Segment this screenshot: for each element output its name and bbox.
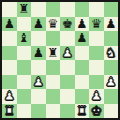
square-g1[interactable]: ♚	[89, 104, 104, 119]
black-rook-b8: ♜	[18, 3, 29, 16]
square-a7[interactable]: ♟	[2, 17, 17, 32]
white-pawn-c3: ♟	[33, 76, 44, 89]
square-d5[interactable]: ♜	[46, 46, 61, 61]
black-pawn-c7: ♟	[33, 18, 44, 31]
square-e7[interactable]: ♚	[60, 17, 75, 32]
square-e3[interactable]	[60, 75, 75, 90]
square-a3[interactable]	[2, 75, 17, 90]
square-b5[interactable]	[17, 46, 32, 61]
square-c1[interactable]	[31, 104, 46, 119]
square-a5[interactable]	[2, 46, 17, 61]
black-rook-d5: ♜	[47, 47, 58, 60]
square-f8[interactable]	[75, 2, 90, 17]
square-f5[interactable]	[75, 46, 90, 61]
square-f2[interactable]	[75, 89, 90, 104]
square-e6[interactable]	[60, 31, 75, 46]
black-pawn-h7: ♟	[105, 18, 116, 31]
square-c2[interactable]	[31, 89, 46, 104]
chess-board-frame: ♜♟♟♛♚♟♛♟♝♟♟♜♟♞♟♟♟♟♜♜♚	[0, 0, 120, 120]
white-pawn-h3: ♟	[105, 76, 116, 89]
square-d6[interactable]	[46, 31, 61, 46]
square-c4[interactable]	[31, 60, 46, 75]
square-f1[interactable]: ♜	[75, 104, 90, 119]
black-pawn-c5: ♟	[33, 47, 44, 60]
square-h7[interactable]: ♟	[104, 17, 119, 32]
square-e5[interactable]: ♟	[60, 46, 75, 61]
square-h8[interactable]	[104, 2, 119, 17]
square-d4[interactable]	[46, 60, 61, 75]
square-h5[interactable]: ♞	[104, 46, 119, 61]
square-d7[interactable]: ♛	[46, 17, 61, 32]
square-h2[interactable]	[104, 89, 119, 104]
chess-board: ♜♟♟♛♚♟♛♟♝♟♟♜♟♞♟♟♟♟♜♜♚	[2, 2, 118, 118]
square-f7[interactable]: ♟	[75, 17, 90, 32]
white-rook-f1: ♜	[76, 105, 87, 118]
square-d2[interactable]	[46, 89, 61, 104]
square-a8[interactable]	[2, 2, 17, 17]
black-queen-g7: ♛	[91, 18, 102, 31]
square-b1[interactable]	[17, 104, 32, 119]
square-g5[interactable]	[89, 46, 104, 61]
black-king-e7: ♚	[62, 18, 73, 31]
black-bishop-b6: ♝	[18, 32, 29, 45]
square-a2[interactable]: ♟	[2, 89, 17, 104]
square-d1[interactable]	[46, 104, 61, 119]
square-b2[interactable]	[17, 89, 32, 104]
square-h3[interactable]: ♟	[104, 75, 119, 90]
white-pawn-g2: ♟	[91, 90, 102, 103]
black-pawn-a7: ♟	[4, 18, 15, 31]
square-h1[interactable]	[104, 104, 119, 119]
square-e4[interactable]	[60, 60, 75, 75]
square-e8[interactable]	[60, 2, 75, 17]
square-b8[interactable]: ♜	[17, 2, 32, 17]
square-d8[interactable]	[46, 2, 61, 17]
square-c6[interactable]	[31, 31, 46, 46]
white-pawn-a2: ♟	[4, 90, 15, 103]
square-a6[interactable]	[2, 31, 17, 46]
square-b3[interactable]	[17, 75, 32, 90]
white-pawn-e5: ♟	[62, 47, 73, 60]
square-g7[interactable]: ♛	[89, 17, 104, 32]
square-f3[interactable]	[75, 75, 90, 90]
square-a4[interactable]	[2, 60, 17, 75]
square-h6[interactable]	[104, 31, 119, 46]
square-b6[interactable]: ♝	[17, 31, 32, 46]
square-g6[interactable]	[89, 31, 104, 46]
square-b7[interactable]	[17, 17, 32, 32]
square-a1[interactable]: ♜	[2, 104, 17, 119]
square-g4[interactable]	[89, 60, 104, 75]
square-g3[interactable]	[89, 75, 104, 90]
square-c8[interactable]	[31, 2, 46, 17]
square-b4[interactable]	[17, 60, 32, 75]
black-pawn-f7: ♟	[76, 18, 87, 31]
black-pawn-f6: ♟	[76, 32, 87, 45]
square-c7[interactable]: ♟	[31, 17, 46, 32]
square-d3[interactable]	[46, 75, 61, 90]
square-e2[interactable]	[60, 89, 75, 104]
white-rook-a1: ♜	[4, 105, 15, 118]
square-e1[interactable]	[60, 104, 75, 119]
white-king-g1: ♚	[91, 105, 102, 118]
square-c3[interactable]: ♟	[31, 75, 46, 90]
square-g8[interactable]	[89, 2, 104, 17]
square-f4[interactable]	[75, 60, 90, 75]
square-g2[interactable]: ♟	[89, 89, 104, 104]
square-c5[interactable]: ♟	[31, 46, 46, 61]
black-queen-d7: ♛	[47, 18, 58, 31]
white-knight-h5: ♞	[105, 47, 116, 60]
square-f6[interactable]: ♟	[75, 31, 90, 46]
square-h4[interactable]	[104, 60, 119, 75]
